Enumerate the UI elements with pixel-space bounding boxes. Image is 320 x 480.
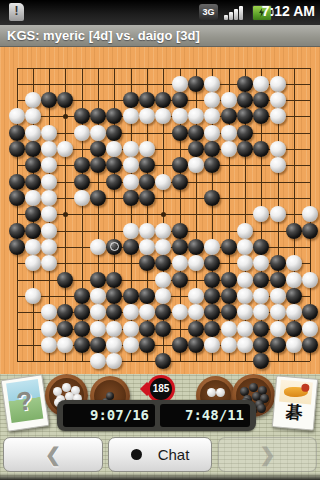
sim-alert-icon: ! [9,3,24,21]
white-stone [25,255,41,271]
white-stone [123,223,139,239]
black-stone [9,125,25,141]
white-clock: 9:07/16 [63,404,155,427]
white-stone [90,239,106,255]
hoshi-point [63,114,68,119]
black-stone [253,353,269,369]
black-stone [172,239,188,255]
black-stone [139,174,155,190]
black-stone [286,321,302,337]
black-stone [221,108,237,124]
black-stone [253,337,269,353]
black-stone [139,190,155,206]
black-stone [204,255,220,271]
white-stone [253,288,269,304]
white-stone [74,190,90,206]
black-stone [106,288,122,304]
game-clocks: 9:07/16 7:48/11 [57,400,256,431]
signal-strength-icon [224,4,246,20]
white-stone [41,255,57,271]
white-stone [302,272,318,288]
white-stone [172,255,188,271]
white-stone [172,76,188,92]
go-card: 碁 [272,375,318,430]
chat-button-label: Chat [158,446,190,463]
white-stone [41,223,57,239]
black-stone [106,174,122,190]
black-stone [253,92,269,108]
white-stone [90,125,106,141]
white-stone [57,337,73,353]
black-stone [9,141,25,157]
white-stone [204,337,220,353]
white-stone [25,288,41,304]
white-stone [123,108,139,124]
white-stone [221,321,237,337]
black-stone [237,141,253,157]
black-stone [57,321,73,337]
white-stone [155,174,171,190]
black-stone [188,337,204,353]
black-stone [221,239,237,255]
chat-button[interactable]: Chat [108,437,212,472]
white-stone [286,337,302,353]
black-stone [155,321,171,337]
white-stone [188,255,204,271]
white-stone [123,321,139,337]
white-stone [253,206,269,222]
white-stone [90,353,106,369]
white-stone [123,304,139,320]
black-stone [286,288,302,304]
white-stone [204,239,220,255]
black-bowl-stone [257,404,266,413]
black-stone [90,157,106,173]
black-stone [286,223,302,239]
black-stone [237,76,253,92]
black-stone [57,272,73,288]
white-stone [41,141,57,157]
white-stone [155,239,171,255]
back-button[interactable]: ❮ [3,437,103,472]
white-stone [41,304,57,320]
white-stone [270,92,286,108]
white-stone [270,206,286,222]
black-stone [172,272,188,288]
status-time: 7:12 AM [262,3,315,19]
black-stone [90,108,106,124]
bottom-shadow [0,473,320,480]
white-stone [188,108,204,124]
white-stone [188,304,204,320]
black-stone [74,321,90,337]
black-stone [123,288,139,304]
black-stone [9,239,25,255]
title-bar: KGS: myeric [4d] vs. daigo [3d] [0,25,320,47]
black-stone [204,141,220,157]
white-stone [204,92,220,108]
white-stone [25,92,41,108]
black-stone [253,321,269,337]
white-stone [237,255,253,271]
black-stone [253,108,269,124]
white-stone [106,353,122,369]
black-stone [139,337,155,353]
black-stone [90,141,106,157]
black-stone [90,337,106,353]
white-stone [74,125,90,141]
hoshi-point [63,212,68,217]
white-stone [106,321,122,337]
black-stone [204,321,220,337]
white-stone [188,157,204,173]
white-stone [270,321,286,337]
black-stone [106,304,122,320]
black-stone [9,174,25,190]
black-stone [74,304,90,320]
black-stone [221,288,237,304]
black-stone [139,92,155,108]
black-stone [41,92,57,108]
white-stone [253,304,269,320]
black-stone [204,190,220,206]
white-stone [253,255,269,271]
black-stone [253,272,269,288]
black-bowl-stone [106,392,114,400]
black-stone [172,92,188,108]
black-stone [172,174,188,190]
white-stone [237,304,253,320]
tray-area: ? 185 9:07/16 7:48/11 碁 ❮ Chat ❯ [0,374,320,480]
black-stone [188,76,204,92]
white-stone [123,337,139,353]
white-stone [41,321,57,337]
white-stone [41,337,57,353]
black-stone [172,157,188,173]
black-stone [253,141,269,157]
white-stone [25,108,41,124]
white-stone [253,76,269,92]
white-stone [237,321,253,337]
white-stone [286,304,302,320]
hoshi-point [161,212,166,217]
chevron-left-icon: ❮ [45,443,61,466]
white-stone [237,337,253,353]
white-stone [270,108,286,124]
white-stone [139,239,155,255]
black-stone [221,304,237,320]
help-card-picture: ? [6,379,43,423]
black-stone [302,337,318,353]
black-stone [172,125,188,141]
white-stone [41,206,57,222]
game-title: KGS: myeric [4d] vs. daigo [3d] [0,25,320,43]
go-card-picture [279,380,313,405]
black-stone [155,353,171,369]
white-stone [270,288,286,304]
black-stone [25,223,41,239]
white-stone [139,223,155,239]
black-stone [221,272,237,288]
white-stone [25,190,41,206]
black-stone [9,190,25,206]
black-clock: 7:48/11 [160,404,250,427]
white-stone [25,239,41,255]
black-stone [302,304,318,320]
phone-screen: ! 3G 7:12 AM KGS: myeric [4d] vs. daigo … [0,0,320,480]
white-stone [172,304,188,320]
black-stone [123,239,139,255]
white-stone [221,337,237,353]
white-stone [90,321,106,337]
forward-button-disabled[interactable]: ❯ [218,437,317,472]
white-stone [123,174,139,190]
black-stone [139,288,155,304]
black-stone [237,108,253,124]
black-stone [204,304,220,320]
go-kanji-label: 碁 [285,402,304,423]
black-stone [188,141,204,157]
white-stone [57,141,73,157]
white-stone [237,223,253,239]
white-stone [302,321,318,337]
black-stone [270,255,286,271]
white-stone [106,141,122,157]
black-stone [270,272,286,288]
black-stone [172,223,188,239]
black-stone [172,337,188,353]
white-stone [41,174,57,190]
black-stone [139,157,155,173]
help-card: ? [1,374,50,431]
black-stone [188,239,204,255]
white-stone [221,141,237,157]
black-stone [74,157,90,173]
white-stone [90,304,106,320]
black-stone [106,272,122,288]
black-stone [204,288,220,304]
white-stone [237,272,253,288]
white-stone [139,304,155,320]
white-stone [106,337,122,353]
white-stone [270,304,286,320]
black-stone [204,157,220,173]
white-bowl-stone [216,388,225,397]
white-stone [90,288,106,304]
white-stone [155,288,171,304]
white-stone [204,76,220,92]
question-mark-icon: ? [15,385,35,418]
black-stone [106,108,122,124]
last-move-marker [110,242,119,251]
black-stone [106,125,122,141]
black-stone [204,272,220,288]
black-stone [155,255,171,271]
white-stone [286,255,302,271]
black-stone [74,337,90,353]
black-stone [74,174,90,190]
move-number-badge: 185 [142,375,176,403]
white-stone [221,92,237,108]
go-board[interactable] [0,47,320,374]
black-stone [90,272,106,288]
white-stone [9,108,25,124]
black-stone [270,337,286,353]
status-bar: ! 3G 7:12 AM [0,0,320,25]
black-stone [90,190,106,206]
black-dot-icon [131,449,142,460]
white-stone [41,157,57,173]
black-stone [57,304,73,320]
white-stone [221,125,237,141]
white-stone [155,272,171,288]
white-stone [237,239,253,255]
black-stone [25,141,41,157]
white-stone [172,108,188,124]
white-stone [188,288,204,304]
black-stone [237,92,253,108]
black-stone-last-move [106,239,122,255]
black-stone [188,321,204,337]
black-stone [237,125,253,141]
white-stone [139,108,155,124]
white-stone [204,125,220,141]
black-stone [139,255,155,271]
black-stone [302,223,318,239]
black-stone [25,206,41,222]
black-stone [106,157,122,173]
white-stone [155,223,171,239]
white-stone [123,157,139,173]
black-stone [155,92,171,108]
black-stone [74,288,90,304]
white-stone [41,190,57,206]
white-stone [123,141,139,157]
white-stone [302,206,318,222]
black-stone [188,125,204,141]
white-stone [41,239,57,255]
black-stone [9,223,25,239]
white-stone [237,288,253,304]
white-stone [139,141,155,157]
black-stone [74,108,90,124]
black-stone [123,190,139,206]
white-stone [270,76,286,92]
black-stone [25,157,41,173]
white-stone [270,157,286,173]
white-stone [204,108,220,124]
white-stone [25,125,41,141]
white-stone [155,108,171,124]
black-stone [57,92,73,108]
black-stone [155,304,171,320]
black-stone [139,321,155,337]
white-stone [286,272,302,288]
black-stone [253,239,269,255]
white-stone [41,125,57,141]
black-stone [123,92,139,108]
network-3g-icon: 3G [199,4,218,20]
white-stone [270,141,286,157]
chevron-right-icon: ❯ [260,443,276,466]
black-stone [25,174,41,190]
